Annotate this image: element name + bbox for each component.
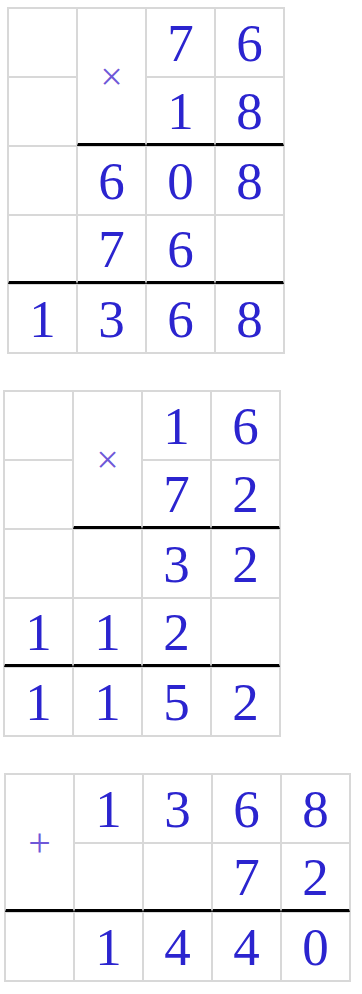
- digit-cell: 6: [146, 215, 215, 284]
- digit-cell: 7: [146, 8, 215, 77]
- digit-cell: 6: [212, 774, 281, 843]
- empty-cell: [143, 843, 212, 912]
- digit-cell: 3: [142, 529, 211, 598]
- digit-cell: 1: [74, 774, 143, 843]
- digit-cell: 3: [77, 284, 146, 353]
- digit-cell: 8: [215, 284, 284, 353]
- digit-cell: 1: [73, 667, 142, 736]
- empty-cell: [8, 215, 77, 284]
- digit-cell: 2: [211, 667, 280, 736]
- digit-cell: 1: [4, 667, 73, 736]
- addition-grid-1368-plus-72: +1368721440: [4, 773, 351, 982]
- empty-cell: [8, 77, 77, 146]
- digit-cell: 6: [211, 391, 280, 460]
- digit-cell: 2: [142, 598, 211, 667]
- digit-cell: 0: [281, 912, 350, 981]
- digit-cell: 8: [215, 146, 284, 215]
- empty-cell: [8, 146, 77, 215]
- multiplication-grid-16x72: ×1672321121152: [3, 390, 281, 737]
- digit-cell: 2: [281, 843, 350, 912]
- digit-cell: 0: [146, 146, 215, 215]
- operator-cell: +: [5, 774, 74, 912]
- digit-cell: 4: [212, 912, 281, 981]
- empty-cell: [5, 912, 74, 981]
- empty-cell: [73, 529, 142, 598]
- empty-cell: [4, 529, 73, 598]
- digit-cell: 8: [281, 774, 350, 843]
- empty-cell: [215, 215, 284, 284]
- digit-cell: 7: [212, 843, 281, 912]
- digit-cell: 4: [143, 912, 212, 981]
- empty-cell: [211, 598, 280, 667]
- empty-cell: [4, 391, 73, 460]
- multiplication-grid-76x18: ×7618608761368: [7, 7, 285, 354]
- digit-cell: 1: [146, 77, 215, 146]
- empty-cell: [74, 843, 143, 912]
- digit-cell: 5: [142, 667, 211, 736]
- digit-cell: 6: [77, 146, 146, 215]
- empty-cell: [4, 460, 73, 529]
- digit-cell: 7: [142, 460, 211, 529]
- digit-cell: 1: [74, 912, 143, 981]
- digit-cell: 1: [142, 391, 211, 460]
- digit-cell: 2: [211, 460, 280, 529]
- digit-cell: 8: [215, 77, 284, 146]
- digit-cell: 1: [8, 284, 77, 353]
- operator-cell: ×: [73, 391, 142, 529]
- digit-cell: 7: [77, 215, 146, 284]
- digit-cell: 2: [211, 529, 280, 598]
- digit-cell: 3: [143, 774, 212, 843]
- operator-cell: ×: [77, 8, 146, 146]
- digit-cell: 6: [215, 8, 284, 77]
- worksheet: ×7618608761368×1672321121152+1368721440: [0, 7, 362, 994]
- empty-cell: [8, 8, 77, 77]
- digit-cell: 6: [146, 284, 215, 353]
- digit-cell: 1: [4, 598, 73, 667]
- digit-cell: 1: [73, 598, 142, 667]
